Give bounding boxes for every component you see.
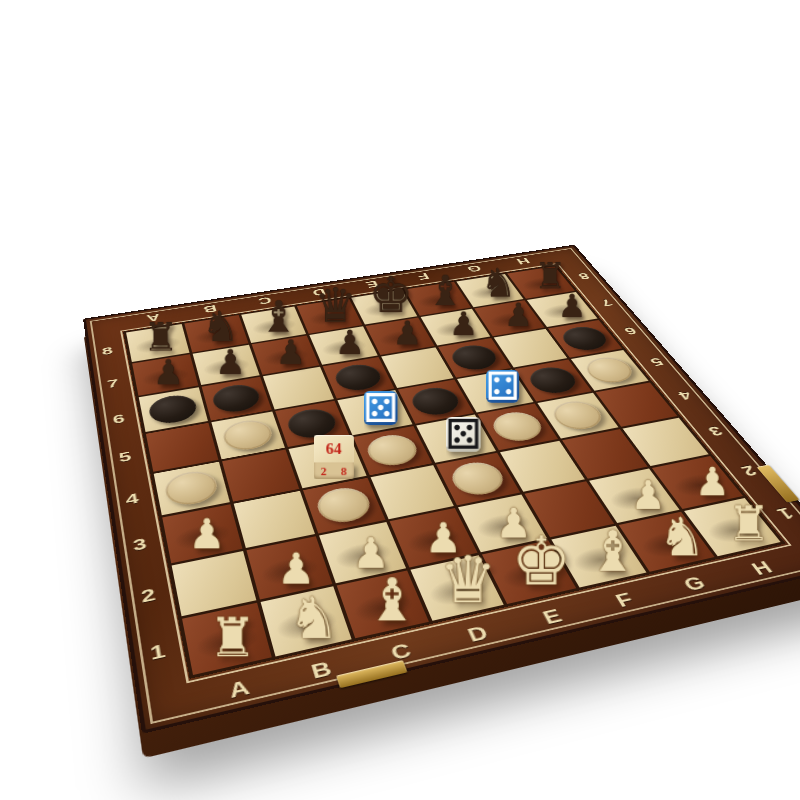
board-scene: ABCDEFGH ABCDEFGH 87654321 87654321 ♜♞♝♛… <box>112 122 718 728</box>
square-b3[interactable] <box>234 491 315 548</box>
square-b5[interactable] <box>211 412 284 460</box>
light-checker[interactable] <box>220 417 276 453</box>
square-c1[interactable]: ♝ <box>337 571 429 639</box>
black-pawn[interactable]: ♟ <box>393 317 422 350</box>
board-frame: ABCDEFGH ABCDEFGH 87654321 87654321 ♜♞♝♛… <box>83 245 800 734</box>
black-pawn[interactable]: ♟ <box>449 308 478 340</box>
white-knight[interactable]: ♞ <box>288 589 340 647</box>
dark-checker[interactable] <box>557 324 613 353</box>
square-a7[interactable]: ♟ <box>132 354 198 395</box>
white-rook[interactable]: ♜ <box>727 500 770 548</box>
doubling-cube[interactable]: 6428 <box>314 435 354 480</box>
white-bishop[interactable]: ♝ <box>587 523 638 580</box>
white-queen[interactable]: ♛ <box>439 547 497 611</box>
cube-face-top: 64 <box>314 435 354 463</box>
coordinate-label-3: 3 <box>682 409 748 454</box>
dark-checker[interactable] <box>524 364 582 396</box>
white-die[interactable]: ⚄ <box>446 417 481 452</box>
white-bishop[interactable]: ♝ <box>365 570 418 629</box>
black-pawn[interactable]: ♟ <box>335 326 365 359</box>
light-checker[interactable] <box>313 484 375 526</box>
black-pawn[interactable]: ♟ <box>153 355 184 390</box>
coordinate-label-6: 6 <box>602 314 658 349</box>
black-pawn[interactable]: ♟ <box>276 336 306 370</box>
square-c6[interactable] <box>263 367 334 410</box>
white-pawn[interactable]: ♟ <box>695 463 730 502</box>
square-d1[interactable]: ♛ <box>410 555 503 621</box>
light-checker[interactable] <box>580 355 639 386</box>
light-checker[interactable] <box>446 459 510 499</box>
light-checker[interactable] <box>547 398 608 433</box>
coordinate-label-1: 1 <box>130 618 188 688</box>
photo-background: ABCDEFGH ABCDEFGH 87654321 87654321 ♜♞♝♛… <box>0 0 800 800</box>
game-board: ABCDEFGH ABCDEFGH 87654321 87654321 ♜♞♝♛… <box>83 245 800 734</box>
square-b7[interactable]: ♟ <box>193 345 260 385</box>
square-a1[interactable]: ♜ <box>182 603 272 675</box>
dark-checker[interactable] <box>147 392 199 426</box>
black-pawn[interactable]: ♟ <box>504 299 533 331</box>
cube-number: 2 <box>321 465 327 478</box>
white-rook[interactable]: ♜ <box>208 611 256 665</box>
light-checker[interactable] <box>163 468 221 509</box>
white-pawn[interactable]: ♟ <box>188 514 225 555</box>
blue-die-2[interactable]: ⚃ <box>486 370 519 403</box>
white-king[interactable]: ♚ <box>511 528 571 595</box>
cube-face-front: 28 <box>314 462 354 479</box>
square-b1[interactable]: ♞ <box>261 586 352 656</box>
dark-checker[interactable] <box>210 382 263 415</box>
cube-number: 8 <box>341 465 347 478</box>
light-checker[interactable] <box>363 432 423 469</box>
black-pawn[interactable]: ♟ <box>215 346 246 380</box>
white-knight[interactable]: ♞ <box>658 510 706 563</box>
blue-die-1[interactable]: ⚄ <box>364 391 398 425</box>
light-checker[interactable] <box>487 409 548 444</box>
